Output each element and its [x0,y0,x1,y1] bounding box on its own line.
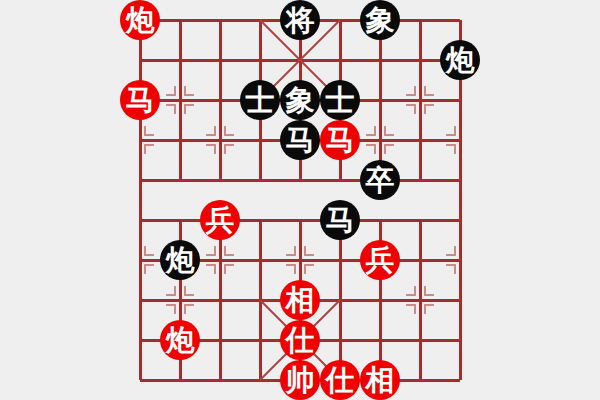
red-soldier-piece[interactable]: 兵 [360,240,400,280]
black-advisor-piece[interactable]: 士 [240,80,280,120]
black-soldier-piece[interactable]: 卒 [360,160,400,200]
red-horse-piece[interactable]: 马 [320,120,360,160]
red-advisor-piece[interactable]: 仕 [280,320,320,360]
board-point-1-8: 炮 [160,320,200,360]
board-point-5-5: 马 [320,200,360,240]
board-point-4-2: 象 [280,80,320,120]
board-point-5-3: 马 [320,120,360,160]
board-point-5-9: 仕 [320,360,360,400]
board-point-4-0: 将 [280,0,320,40]
red-elephant-piece[interactable]: 相 [280,280,320,320]
xiangqi-app: 炮将象炮马士象士马马卒兵马炮兵相炮仕帅仕相 [0,0,600,400]
red-elephant-piece[interactable]: 相 [360,360,400,400]
board-point-6-9: 相 [360,360,400,400]
board-point-6-0: 象 [360,0,400,40]
red-cannon-piece[interactable]: 炮 [120,0,160,40]
board-point-1-6: 炮 [160,240,200,280]
black-elephant-piece[interactable]: 象 [360,0,400,40]
board-point-4-9: 帅 [280,360,320,400]
red-advisor-piece[interactable]: 仕 [320,360,360,400]
black-elephant-piece[interactable]: 象 [280,80,320,120]
board-point-3-2: 士 [240,80,280,120]
black-cannon-piece[interactable]: 炮 [440,40,480,80]
board-point-8-1: 炮 [440,40,480,80]
board-point-0-0: 炮 [120,0,160,40]
black-general-piece[interactable]: 将 [280,0,320,40]
xiangqi-board: 炮将象炮马士象士马马卒兵马炮兵相炮仕帅仕相 [120,0,480,400]
red-general-piece[interactable]: 帅 [280,360,320,400]
board-point-6-4: 卒 [360,160,400,200]
black-horse-piece[interactable]: 马 [320,200,360,240]
black-cannon-piece[interactable]: 炮 [160,240,200,280]
black-advisor-piece[interactable]: 士 [320,80,360,120]
board-point-5-2: 士 [320,80,360,120]
board-point-4-3: 马 [280,120,320,160]
board-point-4-7: 相 [280,280,320,320]
board-point-4-8: 仕 [280,320,320,360]
black-horse-piece[interactable]: 马 [280,120,320,160]
board-point-2-5: 兵 [200,200,240,240]
red-cannon-piece[interactable]: 炮 [160,320,200,360]
board-point-6-6: 兵 [360,240,400,280]
red-soldier-piece[interactable]: 兵 [200,200,240,240]
piece-grid: 炮将象炮马士象士马马卒兵马炮兵相炮仕帅仕相 [120,0,480,400]
board-point-0-2: 马 [120,80,160,120]
red-horse-piece[interactable]: 马 [120,80,160,120]
